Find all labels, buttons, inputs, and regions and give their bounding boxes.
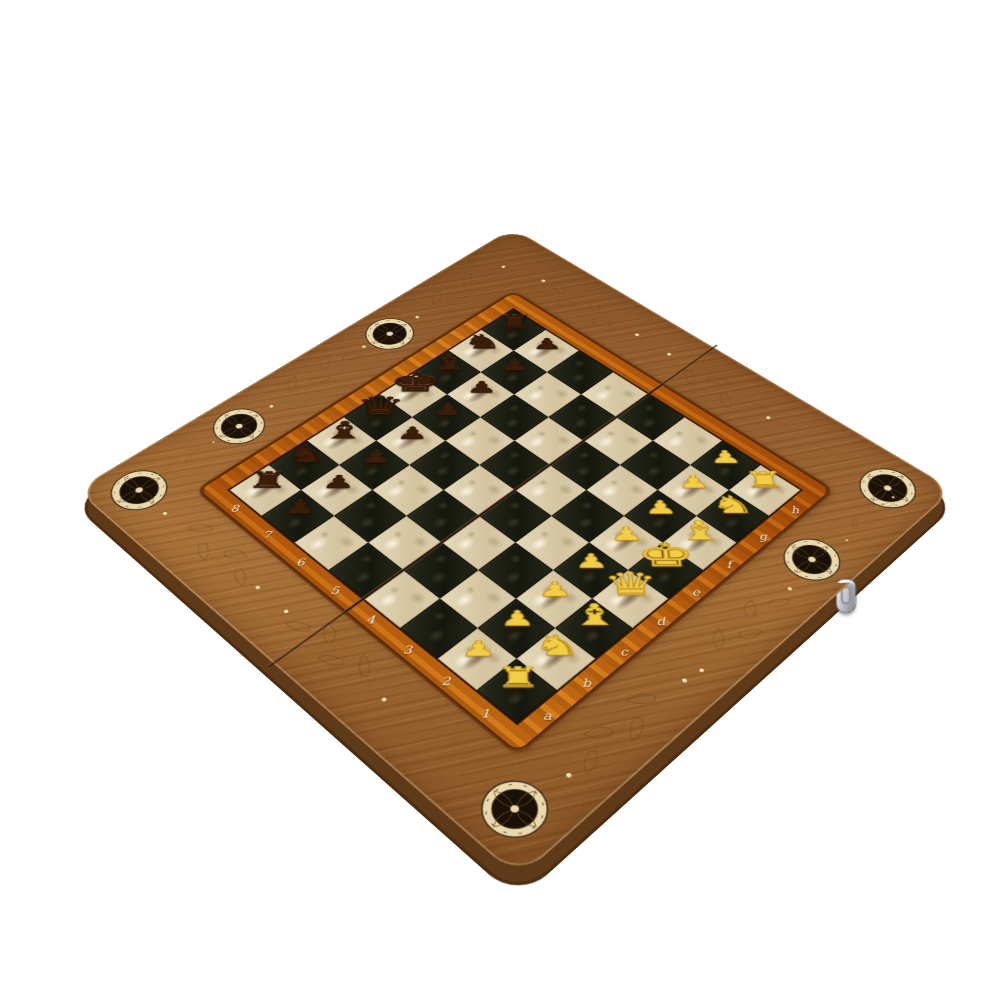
rank-label-1: 1 xyxy=(481,708,490,720)
piece-black-pawn-g7[interactable]: ♟ xyxy=(500,358,531,373)
piece-shadow xyxy=(643,503,677,529)
piece-black-pawn-b7[interactable]: ♟ xyxy=(321,473,356,491)
file-label-b: b xyxy=(582,677,592,688)
square-f1[interactable] xyxy=(663,516,737,570)
piece-black-bishop-c8[interactable]: ♝ xyxy=(321,419,368,442)
square-e2[interactable] xyxy=(589,516,663,570)
piece-black-pawn-f7[interactable]: ♟ xyxy=(466,379,497,395)
piece-black-rook-a8[interactable]: ♜ xyxy=(246,469,291,491)
piece-black-pawn-h7[interactable]: ♟ xyxy=(532,336,563,351)
square-a3[interactable] xyxy=(400,599,477,659)
square-c3[interactable] xyxy=(478,543,553,599)
piece-white-king-e1[interactable]: ♚ xyxy=(636,539,697,572)
rank-label-2: 2 xyxy=(441,676,450,687)
piece-black-pawn-c7[interactable]: ♟ xyxy=(359,448,393,465)
square-c2[interactable] xyxy=(516,570,592,628)
piece-white-knight-g1[interactable]: ♞ xyxy=(709,493,756,517)
piece-black-queen-d8[interactable]: ♛ xyxy=(355,393,406,418)
piece-black-pawn-e7[interactable]: ♟ xyxy=(431,402,463,418)
piece-shadow xyxy=(575,613,612,642)
piece-shadow xyxy=(648,556,683,583)
piece-shadow xyxy=(537,643,575,673)
file-label-f: f xyxy=(726,560,732,570)
piece-shadow xyxy=(536,585,573,613)
piece-white-pawn-g2[interactable]: ♟ xyxy=(676,473,711,491)
piece-shadow xyxy=(497,675,536,707)
piece-black-rook-h8[interactable]: ♜ xyxy=(496,312,534,330)
piece-black-knight-g8[interactable]: ♞ xyxy=(463,332,503,351)
piece-white-pawn-a2[interactable]: ♟ xyxy=(460,638,497,660)
piece-shadow xyxy=(497,613,535,642)
piece-white-pawn-e2[interactable]: ♟ xyxy=(609,524,644,543)
perspective-scene: ♜♞♝♛♚♝♞♜♟♟♟♟♟♟♟♟♟♟♟♟♟♟♟♟♜♞♝♛♚♝♞♜ 8765432… xyxy=(0,0,1000,1000)
chess-box: ♜♞♝♛♚♝♞♜♟♟♟♟♟♟♟♟♟♟♟♟♟♟♟♟♜♞♝♛♚♝♞♜ 8765432… xyxy=(76,228,954,879)
piece-black-pawn-d7[interactable]: ♟ xyxy=(396,425,429,442)
square-b4[interactable] xyxy=(403,543,478,599)
piece-black-knight-b8[interactable]: ♞ xyxy=(284,443,329,466)
rank-label-6: 6 xyxy=(296,557,306,567)
square-a2[interactable] xyxy=(438,628,517,690)
piece-shadow xyxy=(682,529,717,556)
piece-white-pawn-h2[interactable]: ♟ xyxy=(708,448,743,465)
square-b1[interactable] xyxy=(517,628,596,690)
piece-white-pawn-f2[interactable]: ♟ xyxy=(643,498,678,516)
white-backdrop: ♜♞♝♛♚♝♞♜♟♟♟♟♟♟♟♟♟♟♟♟♟♟♟♟♜♞♝♛♚♝♞♜ 8765432… xyxy=(0,0,1000,1000)
piece-white-bishop-f1[interactable]: ♝ xyxy=(675,517,725,543)
rank-label-3: 3 xyxy=(403,644,412,655)
piece-white-rook-h1[interactable]: ♜ xyxy=(742,469,787,491)
rank-label-4: 4 xyxy=(366,614,375,625)
